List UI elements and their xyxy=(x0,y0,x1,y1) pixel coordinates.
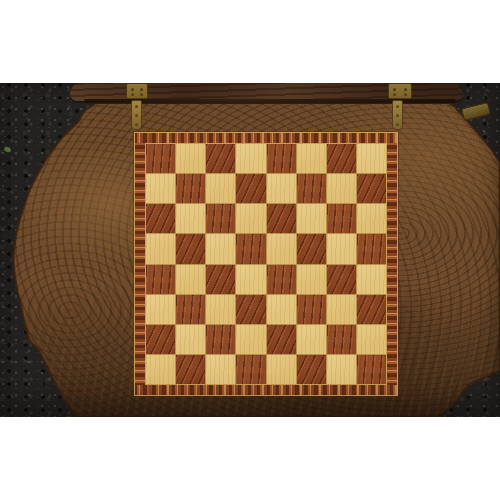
square-h1[interactable] xyxy=(357,355,386,384)
square-a5[interactable] xyxy=(146,234,175,263)
square-g6[interactable] xyxy=(327,204,356,233)
square-g3[interactable] xyxy=(327,295,356,324)
square-b8[interactable] xyxy=(176,144,205,173)
square-a8[interactable] xyxy=(146,144,175,173)
square-b5[interactable] xyxy=(176,234,205,263)
square-f6[interactable] xyxy=(297,204,326,233)
letterbox-bottom xyxy=(0,417,500,500)
square-d1[interactable] xyxy=(236,355,265,384)
table-photo xyxy=(0,83,500,417)
square-c8[interactable] xyxy=(206,144,235,173)
square-f4[interactable] xyxy=(297,265,326,294)
square-h8[interactable] xyxy=(357,144,386,173)
square-a7[interactable] xyxy=(146,174,175,203)
square-g8[interactable] xyxy=(327,144,356,173)
square-d3[interactable] xyxy=(236,295,265,324)
hinge-plate-icon xyxy=(126,83,148,99)
square-d5[interactable] xyxy=(236,234,265,263)
square-h7[interactable] xyxy=(357,174,386,203)
square-b2[interactable] xyxy=(176,325,205,354)
square-e1[interactable] xyxy=(267,355,296,384)
hinge-strap-icon xyxy=(392,100,403,130)
square-f8[interactable] xyxy=(297,144,326,173)
square-b7[interactable] xyxy=(176,174,205,203)
brass-hinge-left xyxy=(126,83,148,131)
square-g7[interactable] xyxy=(327,174,356,203)
square-e4[interactable] xyxy=(267,265,296,294)
square-b4[interactable] xyxy=(176,265,205,294)
square-f5[interactable] xyxy=(297,234,326,263)
square-a3[interactable] xyxy=(146,295,175,324)
square-a4[interactable] xyxy=(146,265,175,294)
square-b3[interactable] xyxy=(176,295,205,324)
square-c5[interactable] xyxy=(206,234,235,263)
square-g2[interactable] xyxy=(327,325,356,354)
square-c2[interactable] xyxy=(206,325,235,354)
hinge-strap-icon xyxy=(131,100,142,130)
square-c4[interactable] xyxy=(206,265,235,294)
square-h2[interactable] xyxy=(357,325,386,354)
square-b1[interactable] xyxy=(176,355,205,384)
square-d6[interactable] xyxy=(236,204,265,233)
square-c6[interactable] xyxy=(206,204,235,233)
screenshot-canvas xyxy=(0,0,500,500)
square-e6[interactable] xyxy=(267,204,296,233)
crossbanding-bottom xyxy=(135,385,397,395)
square-h4[interactable] xyxy=(357,265,386,294)
square-b6[interactable] xyxy=(176,204,205,233)
hinge-plate-icon xyxy=(388,83,412,99)
square-d4[interactable] xyxy=(236,265,265,294)
square-e5[interactable] xyxy=(267,234,296,263)
letterbox-top xyxy=(0,0,500,83)
square-f1[interactable] xyxy=(297,355,326,384)
square-d2[interactable] xyxy=(236,325,265,354)
square-c3[interactable] xyxy=(206,295,235,324)
square-h3[interactable] xyxy=(357,295,386,324)
square-g4[interactable] xyxy=(327,265,356,294)
square-e2[interactable] xyxy=(267,325,296,354)
board-grid xyxy=(146,144,386,384)
crossbanding-left xyxy=(135,143,145,385)
square-a1[interactable] xyxy=(146,355,175,384)
square-f7[interactable] xyxy=(297,174,326,203)
crossbanding-top xyxy=(135,133,397,143)
square-e7[interactable] xyxy=(267,174,296,203)
square-h6[interactable] xyxy=(357,204,386,233)
crossbanding-right xyxy=(387,143,397,385)
square-h5[interactable] xyxy=(357,234,386,263)
square-e3[interactable] xyxy=(267,295,296,324)
square-a2[interactable] xyxy=(146,325,175,354)
square-a6[interactable] xyxy=(146,204,175,233)
brass-hinge-right xyxy=(388,83,412,131)
square-d7[interactable] xyxy=(236,174,265,203)
square-c1[interactable] xyxy=(206,355,235,384)
square-d8[interactable] xyxy=(236,144,265,173)
square-g5[interactable] xyxy=(327,234,356,263)
square-c7[interactable] xyxy=(206,174,235,203)
square-f2[interactable] xyxy=(297,325,326,354)
chess-board[interactable] xyxy=(134,132,398,396)
square-f3[interactable] xyxy=(297,295,326,324)
square-e8[interactable] xyxy=(267,144,296,173)
square-g1[interactable] xyxy=(327,355,356,384)
